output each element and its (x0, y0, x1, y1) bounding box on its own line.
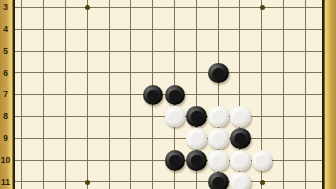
intersection[interactable] (99, 19, 121, 41)
intersection[interactable] (186, 0, 208, 19)
intersection[interactable] (99, 0, 121, 19)
intersection[interactable] (251, 84, 273, 106)
intersection[interactable] (120, 19, 142, 41)
intersection[interactable]: ● (208, 171, 230, 189)
intersection[interactable] (273, 19, 295, 41)
intersection[interactable] (164, 62, 186, 84)
intersection[interactable]: ● (229, 128, 251, 150)
intersection[interactable] (186, 40, 208, 62)
row-label: 11 (0, 177, 11, 188)
black-stone: ● (208, 172, 229, 189)
intersection[interactable]: ● (208, 128, 230, 150)
intersection[interactable] (55, 149, 77, 171)
intersection[interactable] (120, 171, 142, 189)
intersection[interactable] (33, 171, 55, 189)
intersection[interactable] (186, 19, 208, 41)
intersection[interactable] (295, 106, 317, 128)
row-label: 7 (0, 89, 11, 100)
intersection[interactable] (208, 40, 230, 62)
intersection[interactable] (142, 19, 164, 41)
intersection[interactable] (295, 171, 317, 189)
intersection[interactable] (295, 62, 317, 84)
intersection[interactable] (120, 62, 142, 84)
intersection[interactable] (273, 106, 295, 128)
intersection[interactable]: ● (251, 149, 273, 171)
intersection[interactable] (295, 149, 317, 171)
intersection[interactable]: ● (208, 149, 230, 171)
gomoku-board: ●●●●●●●●●●●●●●●●● (11, 0, 336, 189)
row-label: 4 (0, 24, 11, 35)
intersection[interactable] (142, 128, 164, 150)
intersection[interactable] (273, 0, 295, 19)
black-stone: ● (186, 106, 207, 127)
intersection[interactable] (55, 84, 77, 106)
intersection[interactable] (77, 0, 99, 19)
intersection[interactable] (229, 19, 251, 41)
intersection[interactable] (251, 106, 273, 128)
intersection[interactable]: ● (142, 84, 164, 106)
intersection[interactable] (33, 128, 55, 150)
row-label: 5 (0, 46, 11, 57)
intersection[interactable] (251, 40, 273, 62)
star-point (85, 5, 90, 10)
intersection[interactable] (229, 0, 251, 19)
intersection[interactable] (120, 149, 142, 171)
intersection[interactable]: ● (208, 106, 230, 128)
intersection[interactable] (77, 171, 99, 189)
intersection[interactable] (164, 128, 186, 150)
intersection[interactable] (99, 62, 121, 84)
black-stone: ● (143, 85, 164, 106)
intersection[interactable] (164, 19, 186, 41)
intersection[interactable] (273, 171, 295, 189)
intersection[interactable] (208, 84, 230, 106)
intersection[interactable]: ● (164, 149, 186, 171)
intersection[interactable] (251, 128, 273, 150)
intersection[interactable] (273, 149, 295, 171)
intersection[interactable]: ● (229, 149, 251, 171)
intersection[interactable] (186, 84, 208, 106)
intersection[interactable] (33, 84, 55, 106)
white-stone: ● (165, 106, 186, 127)
intersection[interactable] (295, 0, 317, 19)
intersection[interactable] (295, 128, 317, 150)
intersection[interactable]: ● (208, 62, 230, 84)
white-stone: ● (252, 150, 273, 171)
intersection[interactable]: ● (229, 171, 251, 189)
intersection[interactable] (77, 128, 99, 150)
white-stone: ● (186, 128, 207, 149)
intersection[interactable] (251, 19, 273, 41)
white-stone: ● (230, 150, 251, 171)
intersection[interactable] (229, 62, 251, 84)
white-stone: ● (208, 128, 229, 149)
intersection[interactable]: ● (186, 106, 208, 128)
intersection[interactable] (33, 106, 55, 128)
intersection[interactable] (229, 84, 251, 106)
star-point (260, 180, 265, 185)
intersection[interactable] (164, 40, 186, 62)
intersection[interactable] (120, 128, 142, 150)
intersection[interactable] (77, 84, 99, 106)
intersection[interactable]: ● (186, 128, 208, 150)
intersection[interactable] (295, 19, 317, 41)
intersection[interactable] (142, 40, 164, 62)
intersection[interactable] (33, 149, 55, 171)
star-point (260, 5, 265, 10)
intersection[interactable] (55, 40, 77, 62)
row-label: 9 (0, 133, 11, 144)
intersection[interactable] (273, 40, 295, 62)
intersection[interactable] (77, 40, 99, 62)
intersection[interactable] (55, 0, 77, 19)
intersection[interactable] (186, 171, 208, 189)
intersection[interactable] (208, 0, 230, 19)
intersection[interactable] (55, 128, 77, 150)
intersection[interactable] (273, 62, 295, 84)
intersection[interactable] (77, 19, 99, 41)
intersection[interactable] (142, 62, 164, 84)
intersection[interactable] (55, 171, 77, 189)
intersection[interactable] (55, 19, 77, 41)
intersection[interactable] (55, 62, 77, 84)
intersection[interactable] (251, 0, 273, 19)
gomoku-board-screenshot: ●●●●●●●●●●●●●●●●● 34567891011 (0, 0, 336, 189)
intersection[interactable] (77, 106, 99, 128)
intersection[interactable] (99, 40, 121, 62)
intersection[interactable] (77, 149, 99, 171)
intersection[interactable] (142, 149, 164, 171)
intersection[interactable] (120, 0, 142, 19)
intersection[interactable] (186, 62, 208, 84)
intersection[interactable] (33, 0, 55, 19)
intersection[interactable] (208, 19, 230, 41)
board-frame-right (322, 0, 336, 189)
black-stone: ● (208, 63, 229, 84)
intersection[interactable] (120, 84, 142, 106)
intersection[interactable] (77, 62, 99, 84)
intersection[interactable] (295, 40, 317, 62)
intersection[interactable] (164, 0, 186, 19)
intersection[interactable]: ● (164, 84, 186, 106)
intersection[interactable] (295, 84, 317, 106)
intersection[interactable] (33, 19, 55, 41)
row-labels: 34567891011 (0, 0, 13, 189)
black-stone: ● (186, 150, 207, 171)
intersection[interactable] (142, 106, 164, 128)
intersection[interactable] (99, 149, 121, 171)
intersection[interactable] (99, 128, 121, 150)
white-stone: ● (208, 150, 229, 171)
intersection[interactable] (273, 128, 295, 150)
intersection[interactable] (229, 40, 251, 62)
row-label: 8 (0, 111, 11, 122)
intersection[interactable] (164, 171, 186, 189)
white-stone: ● (230, 106, 251, 127)
intersection[interactable] (251, 62, 273, 84)
intersection[interactable] (273, 84, 295, 106)
black-stone: ● (230, 128, 251, 149)
intersection[interactable] (142, 0, 164, 19)
star-point (85, 180, 90, 185)
intersection[interactable]: ● (186, 149, 208, 171)
intersection[interactable] (33, 40, 55, 62)
intersection[interactable] (99, 84, 121, 106)
intersection[interactable] (142, 171, 164, 189)
intersection[interactable]: ● (229, 106, 251, 128)
intersection[interactable] (120, 106, 142, 128)
black-stone: ● (165, 150, 186, 171)
intersection[interactable] (251, 171, 273, 189)
row-label: 10 (0, 155, 11, 166)
intersection[interactable] (33, 62, 55, 84)
white-stone: ● (208, 106, 229, 127)
row-label: 6 (0, 68, 11, 79)
intersection[interactable] (55, 106, 77, 128)
black-stone: ● (165, 85, 186, 106)
intersection[interactable]: ● (164, 106, 186, 128)
white-stone: ● (230, 172, 251, 189)
intersection[interactable] (120, 40, 142, 62)
row-label: 3 (0, 2, 11, 13)
intersection[interactable] (99, 106, 121, 128)
intersection[interactable] (99, 171, 121, 189)
